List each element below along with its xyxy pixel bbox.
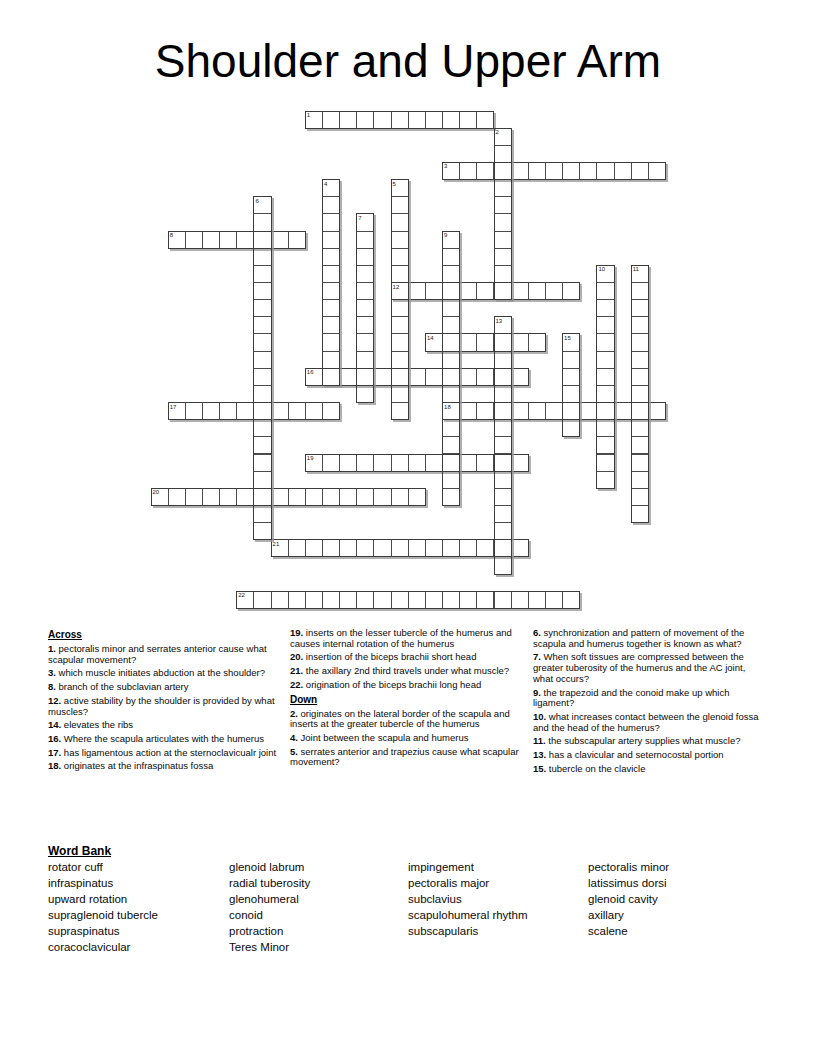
grid-cell[interactable] bbox=[253, 299, 271, 317]
grid-cell[interactable] bbox=[219, 488, 237, 506]
grid-cell[interactable] bbox=[425, 454, 443, 472]
grid-cell[interactable] bbox=[631, 419, 649, 437]
grid-cell[interactable] bbox=[322, 591, 340, 609]
grid-cell[interactable] bbox=[631, 351, 649, 369]
grid-cell[interactable] bbox=[236, 231, 254, 249]
grid-cell[interactable] bbox=[596, 162, 614, 180]
grid-cell[interactable] bbox=[356, 111, 374, 129]
grid-cell[interactable] bbox=[356, 591, 374, 609]
grid-cell[interactable] bbox=[459, 333, 477, 351]
grid-cell[interactable] bbox=[391, 488, 409, 506]
grid-cell[interactable] bbox=[253, 471, 271, 489]
grid-cell[interactable] bbox=[356, 454, 374, 472]
grid-cell[interactable] bbox=[168, 488, 186, 506]
grid-cell[interactable] bbox=[442, 248, 460, 266]
grid-cell[interactable] bbox=[305, 368, 323, 386]
grid-cell[interactable] bbox=[339, 539, 357, 557]
word-bank-item: scalene bbox=[588, 924, 669, 940]
clue-8: 8. branch of the subclavian artery bbox=[48, 682, 289, 693]
clue-number: 6. bbox=[533, 627, 544, 638]
grid-cell[interactable] bbox=[373, 454, 391, 472]
grid-cell[interactable] bbox=[631, 162, 649, 180]
grid-cell[interactable] bbox=[391, 111, 409, 129]
grid-cell[interactable] bbox=[562, 282, 580, 300]
clue-column-1: Across1. pectoralis minor and serrates a… bbox=[48, 628, 289, 775]
grid-cell[interactable] bbox=[442, 368, 460, 386]
grid-cell[interactable] bbox=[442, 316, 460, 334]
grid-cell[interactable] bbox=[631, 316, 649, 334]
grid-cell[interactable] bbox=[494, 265, 512, 283]
grid-cell[interactable] bbox=[442, 488, 460, 506]
grid-cell[interactable] bbox=[408, 111, 426, 129]
grid-cell[interactable] bbox=[494, 522, 512, 540]
grid-cell[interactable] bbox=[288, 231, 306, 249]
grid-cell[interactable] bbox=[339, 454, 357, 472]
grid-cell[interactable] bbox=[494, 351, 512, 369]
grid-cell[interactable] bbox=[442, 402, 460, 420]
grid-cell[interactable] bbox=[425, 333, 443, 351]
clue-7: 7. When soft tissues are compressed betw… bbox=[533, 652, 765, 684]
grid-cell[interactable] bbox=[391, 213, 409, 231]
clue-column-2: 19. inserts on the lesser tubercle of th… bbox=[290, 628, 528, 771]
grid-cell[interactable] bbox=[356, 351, 374, 369]
grid-cell[interactable] bbox=[391, 179, 409, 197]
grid-cell[interactable] bbox=[631, 282, 649, 300]
grid-cell[interactable] bbox=[253, 265, 271, 283]
grid-cell[interactable] bbox=[322, 179, 340, 197]
grid-cell[interactable] bbox=[305, 454, 323, 472]
grid-cell[interactable] bbox=[442, 162, 460, 180]
grid-cell[interactable] bbox=[305, 402, 323, 420]
clue-13: 13. has a clavicular and seternocostal p… bbox=[533, 750, 765, 761]
grid-cell[interactable] bbox=[253, 333, 271, 351]
grid-cell[interactable] bbox=[391, 248, 409, 266]
grid-cell[interactable] bbox=[322, 351, 340, 369]
grid-cell[interactable] bbox=[408, 368, 426, 386]
clue-number: 16. bbox=[48, 733, 64, 744]
grid-cell[interactable] bbox=[631, 368, 649, 386]
grid-cell[interactable] bbox=[494, 316, 512, 334]
grid-cell[interactable] bbox=[631, 454, 649, 472]
grid-cell[interactable] bbox=[391, 591, 409, 609]
grid-cell[interactable] bbox=[494, 436, 512, 454]
clue-number: 9. bbox=[533, 687, 544, 698]
grid-cell[interactable] bbox=[391, 454, 409, 472]
clue-number: 5. bbox=[290, 746, 301, 757]
grid-cell[interactable] bbox=[459, 402, 477, 420]
grid-cell[interactable] bbox=[322, 248, 340, 266]
grid-cell[interactable] bbox=[322, 265, 340, 283]
grid-cell[interactable] bbox=[631, 265, 649, 283]
grid-cell[interactable] bbox=[339, 111, 357, 129]
grid-cell[interactable] bbox=[408, 539, 426, 557]
grid-cell[interactable] bbox=[339, 368, 357, 386]
grid-cell[interactable] bbox=[631, 385, 649, 403]
grid-cell[interactable] bbox=[476, 539, 494, 557]
grid-cell[interactable] bbox=[322, 299, 340, 317]
grid-cell[interactable] bbox=[562, 385, 580, 403]
grid-cell[interactable] bbox=[322, 488, 340, 506]
grid-cell[interactable] bbox=[322, 213, 340, 231]
grid-cell[interactable] bbox=[322, 333, 340, 351]
grid-cell[interactable] bbox=[494, 368, 512, 386]
grid-cell[interactable] bbox=[202, 488, 220, 506]
grid-cell[interactable] bbox=[253, 385, 271, 403]
grid-cell[interactable] bbox=[391, 333, 409, 351]
grid-cell[interactable] bbox=[356, 488, 374, 506]
grid-cell[interactable] bbox=[511, 368, 529, 386]
grid-cell[interactable] bbox=[494, 248, 512, 266]
down-clues-header: Down bbox=[290, 694, 528, 705]
grid-cell[interactable] bbox=[391, 368, 409, 386]
grid-cell[interactable] bbox=[271, 402, 289, 420]
grid-cell[interactable] bbox=[476, 454, 494, 472]
grid-cell[interactable] bbox=[168, 231, 186, 249]
grid-cell[interactable] bbox=[288, 402, 306, 420]
grid-cell[interactable] bbox=[288, 488, 306, 506]
clue-number: 13. bbox=[533, 749, 549, 760]
grid-cell[interactable] bbox=[253, 419, 271, 437]
grid-cell[interactable] bbox=[391, 385, 409, 403]
grid-cell[interactable] bbox=[253, 454, 271, 472]
grid-cell[interactable] bbox=[322, 316, 340, 334]
grid-cell[interactable] bbox=[253, 351, 271, 369]
grid-cell[interactable] bbox=[476, 402, 494, 420]
grid-cell[interactable] bbox=[596, 282, 614, 300]
clue-16: 16. Where the scapula articulates with t… bbox=[48, 734, 289, 745]
clue-number: 21. bbox=[290, 665, 306, 676]
clue-number: 2. bbox=[290, 708, 301, 719]
grid-cell[interactable] bbox=[373, 368, 391, 386]
grid-cell[interactable] bbox=[494, 231, 512, 249]
grid-cell[interactable] bbox=[253, 368, 271, 386]
grid-cell[interactable] bbox=[528, 282, 546, 300]
clue-19: 19. inserts on the lesser tubercle of th… bbox=[290, 628, 528, 649]
grid-cell[interactable] bbox=[425, 539, 443, 557]
grid-cell[interactable] bbox=[185, 402, 203, 420]
grid-cell[interactable] bbox=[494, 385, 512, 403]
grid-cell[interactable] bbox=[253, 402, 271, 420]
clue-17: 17. has ligamentous action at the sterno… bbox=[48, 748, 289, 759]
word-bank-column-4: pectoralis minorlatissimus dorsiglenoid … bbox=[588, 860, 669, 940]
grid-cell[interactable] bbox=[562, 162, 580, 180]
grid-cell[interactable] bbox=[511, 454, 529, 472]
clue-4: 4. Joint between the scapula and humerus bbox=[290, 733, 528, 744]
grid-cell[interactable] bbox=[322, 368, 340, 386]
grid-cell[interactable] bbox=[391, 351, 409, 369]
grid-cell[interactable] bbox=[356, 231, 374, 249]
grid-cell[interactable] bbox=[202, 402, 220, 420]
clue-number: 4. bbox=[290, 732, 301, 743]
grid-cell[interactable] bbox=[545, 282, 563, 300]
grid-cell[interactable] bbox=[442, 539, 460, 557]
grid-cell[interactable] bbox=[425, 368, 443, 386]
grid-cell[interactable] bbox=[648, 162, 666, 180]
grid-cell[interactable] bbox=[596, 351, 614, 369]
grid-cell[interactable] bbox=[545, 162, 563, 180]
grid-cell[interactable] bbox=[476, 111, 494, 129]
grid-cell[interactable] bbox=[356, 265, 374, 283]
grid-cell[interactable] bbox=[631, 333, 649, 351]
grid-cell[interactable] bbox=[494, 591, 512, 609]
grid-cell[interactable] bbox=[271, 488, 289, 506]
grid-cell[interactable] bbox=[322, 454, 340, 472]
grid-cell[interactable] bbox=[219, 231, 237, 249]
grid-cell[interactable] bbox=[562, 368, 580, 386]
grid-cell[interactable] bbox=[339, 488, 357, 506]
grid-cell[interactable] bbox=[322, 402, 340, 420]
grid-cell[interactable] bbox=[271, 231, 289, 249]
grid-cell[interactable] bbox=[459, 162, 477, 180]
grid-cell[interactable] bbox=[356, 299, 374, 317]
grid-cell[interactable] bbox=[339, 591, 357, 609]
grid-cell[interactable] bbox=[596, 419, 614, 437]
grid-cell[interactable] bbox=[442, 231, 460, 249]
grid-cell[interactable] bbox=[305, 539, 323, 557]
grid-cell[interactable] bbox=[305, 111, 323, 129]
grid-cell[interactable] bbox=[356, 385, 374, 403]
grid-cell[interactable] bbox=[322, 282, 340, 300]
grid-cell[interactable] bbox=[442, 111, 460, 129]
grid-cell[interactable] bbox=[442, 454, 460, 472]
grid-cell[interactable] bbox=[356, 248, 374, 266]
grid-cell[interactable] bbox=[408, 282, 426, 300]
grid-cell[interactable] bbox=[596, 471, 614, 489]
grid-cell[interactable] bbox=[442, 591, 460, 609]
grid-cell[interactable] bbox=[459, 591, 477, 609]
grid-cell[interactable] bbox=[494, 179, 512, 197]
word-bank-column-1: rotator cuffinfraspinatusupward rotation… bbox=[48, 860, 158, 955]
word-bank-item: glenoid cavity bbox=[588, 892, 669, 908]
grid-cell[interactable] bbox=[288, 591, 306, 609]
grid-cell[interactable] bbox=[373, 111, 391, 129]
word-bank-item: pectoralis major bbox=[408, 876, 528, 892]
grid-cell[interactable] bbox=[494, 539, 512, 557]
grid-cell[interactable] bbox=[511, 539, 529, 557]
word-bank-item: protraction bbox=[229, 924, 310, 940]
grid-cell[interactable] bbox=[442, 265, 460, 283]
grid-cell[interactable] bbox=[459, 454, 477, 472]
grid-cell[interactable] bbox=[185, 231, 203, 249]
grid-cell[interactable] bbox=[185, 488, 203, 506]
grid-cell[interactable] bbox=[236, 488, 254, 506]
grid-cell[interactable] bbox=[596, 385, 614, 403]
clue-2: 2. originates on the lateral border of t… bbox=[290, 709, 528, 730]
grid-cell[interactable] bbox=[391, 402, 409, 420]
grid-cell[interactable] bbox=[631, 488, 649, 506]
grid-cell[interactable] bbox=[391, 196, 409, 214]
grid-cell[interactable] bbox=[562, 333, 580, 351]
grid-cell[interactable] bbox=[596, 265, 614, 283]
grid-cell[interactable] bbox=[356, 539, 374, 557]
grid-cell[interactable] bbox=[528, 591, 546, 609]
grid-cell[interactable] bbox=[408, 591, 426, 609]
grid-cell[interactable] bbox=[253, 505, 271, 523]
grid-cell[interactable] bbox=[511, 282, 529, 300]
grid-cell[interactable] bbox=[253, 488, 271, 506]
grid-cell[interactable] bbox=[596, 454, 614, 472]
grid-cell[interactable] bbox=[579, 162, 597, 180]
grid-cell[interactable] bbox=[459, 539, 477, 557]
grid-cell[interactable] bbox=[631, 471, 649, 489]
grid-cell[interactable] bbox=[288, 539, 306, 557]
grid-cell[interactable] bbox=[442, 351, 460, 369]
grid-cell[interactable] bbox=[322, 231, 340, 249]
clue-number: 17. bbox=[48, 747, 64, 758]
grid-cell[interactable] bbox=[425, 591, 443, 609]
grid-cell[interactable] bbox=[596, 316, 614, 334]
grid-cell[interactable] bbox=[271, 539, 289, 557]
grid-cell[interactable] bbox=[391, 265, 409, 283]
grid-cell[interactable] bbox=[459, 111, 477, 129]
clue-1: 1. pectoralis minor and serrates anterio… bbox=[48, 644, 289, 665]
grid-cell[interactable] bbox=[494, 556, 512, 574]
clue-5: 5. serrates anterior and trapezius cause… bbox=[290, 747, 528, 768]
grid-cell[interactable] bbox=[494, 419, 512, 437]
grid-cell[interactable] bbox=[322, 196, 340, 214]
grid-cell[interactable] bbox=[545, 402, 563, 420]
grid-cell[interactable] bbox=[202, 231, 220, 249]
grid-cell[interactable] bbox=[528, 333, 546, 351]
grid-cell[interactable] bbox=[253, 213, 271, 231]
grid-cell[interactable] bbox=[528, 402, 546, 420]
puzzle-title: Shoulder and Upper Arm bbox=[0, 34, 816, 88]
grid-cell[interactable] bbox=[476, 333, 494, 351]
grid-cell[interactable] bbox=[614, 162, 632, 180]
grid-cell[interactable] bbox=[442, 419, 460, 437]
grid-cell[interactable] bbox=[494, 213, 512, 231]
word-bank-item: rotator cuff bbox=[48, 860, 158, 876]
grid-cell[interactable] bbox=[476, 162, 494, 180]
word-bank-column-3: impingementpectoralis majorsubclaviussca… bbox=[408, 860, 528, 940]
grid-cell[interactable] bbox=[356, 316, 374, 334]
clue-number: 14. bbox=[48, 719, 64, 730]
grid-cell[interactable] bbox=[356, 282, 374, 300]
grid-cell[interactable] bbox=[459, 368, 477, 386]
grid-cell[interactable] bbox=[408, 488, 426, 506]
grid-cell[interactable] bbox=[459, 282, 477, 300]
grid-cell[interactable] bbox=[253, 196, 271, 214]
grid-cell[interactable] bbox=[391, 316, 409, 334]
grid-cell[interactable] bbox=[631, 299, 649, 317]
clue-6: 6. synchronization and pattern of moveme… bbox=[533, 628, 765, 649]
grid-cell[interactable] bbox=[562, 419, 580, 437]
grid-cell[interactable] bbox=[494, 282, 512, 300]
grid-cell[interactable] bbox=[579, 402, 597, 420]
grid-cell[interactable] bbox=[476, 591, 494, 609]
grid-cell[interactable] bbox=[562, 351, 580, 369]
grid-cell[interactable] bbox=[442, 299, 460, 317]
grid-cell[interactable] bbox=[511, 402, 529, 420]
grid-cell[interactable] bbox=[511, 162, 529, 180]
grid-cell[interactable] bbox=[476, 282, 494, 300]
grid-cell[interactable] bbox=[391, 231, 409, 249]
grid-cell[interactable] bbox=[442, 436, 460, 454]
clue-number: 20. bbox=[290, 651, 306, 662]
grid-cell[interactable] bbox=[494, 402, 512, 420]
grid-cell[interactable] bbox=[356, 368, 374, 386]
grid-cell[interactable] bbox=[442, 282, 460, 300]
grid-cell[interactable] bbox=[373, 539, 391, 557]
grid-cell[interactable] bbox=[528, 162, 546, 180]
grid-cell[interactable] bbox=[305, 488, 323, 506]
grid-cell[interactable] bbox=[494, 162, 512, 180]
grid-cell[interactable] bbox=[562, 402, 580, 420]
grid-cell[interactable] bbox=[253, 522, 271, 540]
grid-cell[interactable] bbox=[425, 282, 443, 300]
grid-cell[interactable] bbox=[494, 505, 512, 523]
grid-cell[interactable] bbox=[494, 145, 512, 163]
grid-cell[interactable] bbox=[391, 282, 409, 300]
grid-cell[interactable] bbox=[391, 539, 409, 557]
clue-14: 14. elevates the ribs bbox=[48, 720, 289, 731]
grid-cell[interactable] bbox=[596, 436, 614, 454]
grid-cell[interactable] bbox=[305, 591, 323, 609]
grid-cell[interactable] bbox=[168, 402, 186, 420]
grid-cell[interactable] bbox=[545, 591, 563, 609]
clue-22: 22. origination of the biceps brachii lo… bbox=[290, 680, 528, 691]
grid-cell[interactable] bbox=[596, 299, 614, 317]
grid-cell[interactable] bbox=[596, 402, 614, 420]
grid-cell[interactable] bbox=[648, 402, 666, 420]
grid-cell[interactable] bbox=[442, 385, 460, 403]
grid-cell[interactable] bbox=[442, 333, 460, 351]
grid-cell[interactable] bbox=[356, 213, 374, 231]
grid-cell[interactable] bbox=[511, 591, 529, 609]
grid-cell[interactable] bbox=[253, 316, 271, 334]
grid-cell[interactable] bbox=[562, 591, 580, 609]
grid-cell[interactable] bbox=[476, 368, 494, 386]
grid-cell[interactable] bbox=[494, 128, 512, 146]
grid-cell[interactable] bbox=[236, 591, 254, 609]
grid-cell[interactable] bbox=[373, 591, 391, 609]
grid-cell[interactable] bbox=[236, 402, 254, 420]
grid-cell[interactable] bbox=[253, 282, 271, 300]
grid-cell[interactable] bbox=[442, 471, 460, 489]
grid-cell[interactable] bbox=[511, 333, 529, 351]
grid-cell[interactable] bbox=[253, 248, 271, 266]
grid-cell[interactable] bbox=[596, 333, 614, 351]
grid-cell[interactable] bbox=[596, 368, 614, 386]
grid-cell[interactable] bbox=[494, 488, 512, 506]
grid-cell[interactable] bbox=[219, 402, 237, 420]
grid-cell[interactable] bbox=[253, 436, 271, 454]
grid-cell[interactable] bbox=[494, 454, 512, 472]
grid-cell[interactable] bbox=[391, 299, 409, 317]
grid-cell[interactable] bbox=[494, 196, 512, 214]
grid-cell[interactable] bbox=[494, 333, 512, 351]
grid-cell[interactable] bbox=[271, 591, 289, 609]
grid-cell[interactable] bbox=[408, 454, 426, 472]
word-bank-header: Word Bank bbox=[48, 844, 111, 858]
grid-cell[interactable] bbox=[322, 539, 340, 557]
grid-cell[interactable] bbox=[631, 436, 649, 454]
grid-cell[interactable] bbox=[614, 402, 632, 420]
grid-cell[interactable] bbox=[425, 111, 443, 129]
grid-cell[interactable] bbox=[253, 231, 271, 249]
grid-cell[interactable] bbox=[253, 591, 271, 609]
grid-cell[interactable] bbox=[631, 402, 649, 420]
clue-number: 7. bbox=[533, 651, 544, 662]
clue-number: 10. bbox=[533, 711, 549, 722]
grid-cell[interactable] bbox=[151, 488, 169, 506]
grid-cell[interactable] bbox=[356, 333, 374, 351]
grid-cell[interactable] bbox=[494, 471, 512, 489]
grid-cell[interactable] bbox=[322, 111, 340, 129]
grid-cell[interactable] bbox=[373, 488, 391, 506]
grid-cell[interactable] bbox=[631, 505, 649, 523]
clue-number: 15. bbox=[533, 763, 549, 774]
